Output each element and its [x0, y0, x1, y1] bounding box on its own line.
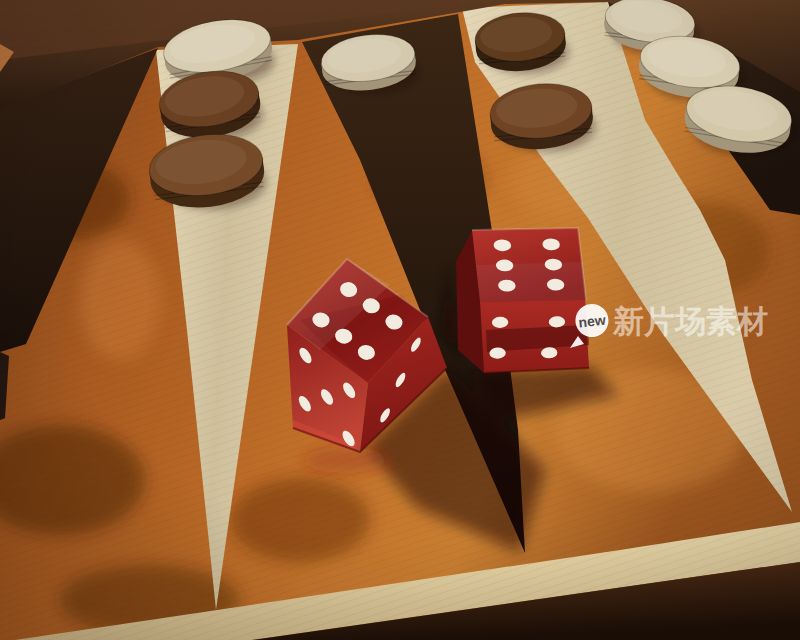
- backgammon-photo: new 新片场素材: [0, 0, 800, 640]
- watermark-text: 新片场素材: [612, 304, 768, 339]
- watermark-badge-text: new: [578, 312, 607, 331]
- board-scene: new 新片场素材: [0, 0, 800, 640]
